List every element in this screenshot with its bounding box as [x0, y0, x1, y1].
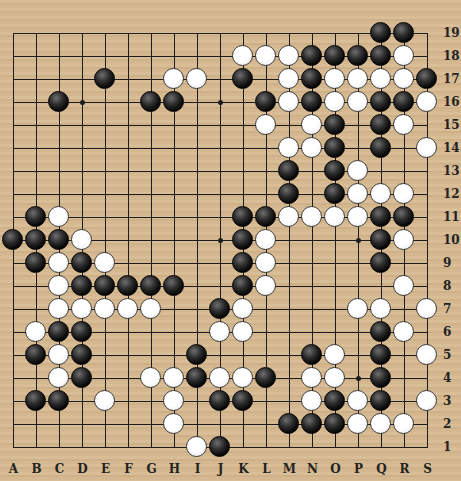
- intersection-N16[interactable]: [301, 91, 324, 114]
- intersection-R10[interactable]: [393, 229, 416, 252]
- intersection-O4[interactable]: [324, 367, 347, 390]
- intersection-J15[interactable]: [209, 114, 232, 137]
- intersection-D18[interactable]: [71, 45, 94, 68]
- intersection-A15[interactable]: [2, 114, 25, 137]
- intersection-E14[interactable]: [94, 137, 117, 160]
- intersection-K1[interactable]: [232, 436, 255, 459]
- intersection-Q1[interactable]: [370, 436, 393, 459]
- intersection-Q10[interactable]: [370, 229, 393, 252]
- intersection-N14[interactable]: [301, 137, 324, 160]
- intersection-E3[interactable]: [94, 390, 117, 413]
- intersection-M11[interactable]: [278, 206, 301, 229]
- intersection-G4[interactable]: [140, 367, 163, 390]
- intersection-O13[interactable]: [324, 160, 347, 183]
- intersection-K15[interactable]: [232, 114, 255, 137]
- intersection-J12[interactable]: [209, 183, 232, 206]
- intersection-K19[interactable]: [232, 22, 255, 45]
- intersection-M5[interactable]: [278, 344, 301, 367]
- intersection-D8[interactable]: [71, 275, 94, 298]
- intersection-P7[interactable]: [347, 298, 370, 321]
- intersection-B6[interactable]: [25, 321, 48, 344]
- intersection-R16[interactable]: [393, 91, 416, 114]
- intersection-B11[interactable]: [25, 206, 48, 229]
- intersection-F16[interactable]: [117, 91, 140, 114]
- intersection-N12[interactable]: [301, 183, 324, 206]
- intersection-Q14[interactable]: [370, 137, 393, 160]
- intersection-F11[interactable]: [117, 206, 140, 229]
- intersection-J2[interactable]: [209, 413, 232, 436]
- intersection-C19[interactable]: [48, 22, 71, 45]
- intersection-B5[interactable]: [25, 344, 48, 367]
- intersection-P8[interactable]: [347, 275, 370, 298]
- intersection-P2[interactable]: [347, 413, 370, 436]
- intersection-E17[interactable]: [94, 68, 117, 91]
- intersection-E19[interactable]: [94, 22, 117, 45]
- intersection-M15[interactable]: [278, 114, 301, 137]
- intersection-I1[interactable]: [186, 436, 209, 459]
- intersection-K3[interactable]: [232, 390, 255, 413]
- intersection-Q9[interactable]: [370, 252, 393, 275]
- intersection-O7[interactable]: [324, 298, 347, 321]
- intersection-Q7[interactable]: [370, 298, 393, 321]
- intersection-H6[interactable]: [163, 321, 186, 344]
- intersection-B8[interactable]: [25, 275, 48, 298]
- intersection-O10[interactable]: [324, 229, 347, 252]
- intersection-Q19[interactable]: [370, 22, 393, 45]
- intersection-R4[interactable]: [393, 367, 416, 390]
- intersection-A12[interactable]: [2, 183, 25, 206]
- intersection-C11[interactable]: [48, 206, 71, 229]
- intersection-K18[interactable]: [232, 45, 255, 68]
- intersection-E9[interactable]: [94, 252, 117, 275]
- intersection-D11[interactable]: [71, 206, 94, 229]
- intersection-D16[interactable]: [71, 91, 94, 114]
- intersection-S3[interactable]: [416, 390, 439, 413]
- intersection-R1[interactable]: [393, 436, 416, 459]
- intersection-O8[interactable]: [324, 275, 347, 298]
- intersection-H3[interactable]: [163, 390, 186, 413]
- intersection-L9[interactable]: [255, 252, 278, 275]
- intersection-N13[interactable]: [301, 160, 324, 183]
- intersection-O1[interactable]: [324, 436, 347, 459]
- intersection-S8[interactable]: [416, 275, 439, 298]
- intersection-N1[interactable]: [301, 436, 324, 459]
- intersection-J17[interactable]: [209, 68, 232, 91]
- intersection-H14[interactable]: [163, 137, 186, 160]
- intersection-J8[interactable]: [209, 275, 232, 298]
- intersection-G15[interactable]: [140, 114, 163, 137]
- intersection-D6[interactable]: [71, 321, 94, 344]
- intersection-J11[interactable]: [209, 206, 232, 229]
- intersection-G18[interactable]: [140, 45, 163, 68]
- intersection-N11[interactable]: [301, 206, 324, 229]
- intersection-E6[interactable]: [94, 321, 117, 344]
- intersection-K11[interactable]: [232, 206, 255, 229]
- intersection-F2[interactable]: [117, 413, 140, 436]
- intersection-A16[interactable]: [2, 91, 25, 114]
- intersection-H7[interactable]: [163, 298, 186, 321]
- intersection-B10[interactable]: [25, 229, 48, 252]
- intersection-F12[interactable]: [117, 183, 140, 206]
- intersection-A11[interactable]: [2, 206, 25, 229]
- intersection-R3[interactable]: [393, 390, 416, 413]
- intersection-H12[interactable]: [163, 183, 186, 206]
- intersection-S17[interactable]: [416, 68, 439, 91]
- intersection-O14[interactable]: [324, 137, 347, 160]
- intersection-N4[interactable]: [301, 367, 324, 390]
- intersection-G9[interactable]: [140, 252, 163, 275]
- intersection-M14[interactable]: [278, 137, 301, 160]
- intersection-G12[interactable]: [140, 183, 163, 206]
- intersection-C14[interactable]: [48, 137, 71, 160]
- intersection-M16[interactable]: [278, 91, 301, 114]
- intersection-G19[interactable]: [140, 22, 163, 45]
- intersection-A17[interactable]: [2, 68, 25, 91]
- intersection-D2[interactable]: [71, 413, 94, 436]
- intersection-D10[interactable]: [71, 229, 94, 252]
- intersection-P17[interactable]: [347, 68, 370, 91]
- intersection-D19[interactable]: [71, 22, 94, 45]
- intersection-D5[interactable]: [71, 344, 94, 367]
- intersection-H13[interactable]: [163, 160, 186, 183]
- intersection-F8[interactable]: [117, 275, 140, 298]
- intersection-K12[interactable]: [232, 183, 255, 206]
- intersection-Q8[interactable]: [370, 275, 393, 298]
- intersection-M19[interactable]: [278, 22, 301, 45]
- intersection-I14[interactable]: [186, 137, 209, 160]
- intersection-D7[interactable]: [71, 298, 94, 321]
- intersection-S15[interactable]: [416, 114, 439, 137]
- intersection-L14[interactable]: [255, 137, 278, 160]
- intersection-H18[interactable]: [163, 45, 186, 68]
- intersection-M13[interactable]: [278, 160, 301, 183]
- intersection-Q15[interactable]: [370, 114, 393, 137]
- intersection-Q16[interactable]: [370, 91, 393, 114]
- intersection-O3[interactable]: [324, 390, 347, 413]
- intersection-D17[interactable]: [71, 68, 94, 91]
- intersection-G8[interactable]: [140, 275, 163, 298]
- intersection-B7[interactable]: [25, 298, 48, 321]
- intersection-L16[interactable]: [255, 91, 278, 114]
- intersection-I12[interactable]: [186, 183, 209, 206]
- intersection-H4[interactable]: [163, 367, 186, 390]
- intersection-I13[interactable]: [186, 160, 209, 183]
- intersection-F17[interactable]: [117, 68, 140, 91]
- intersection-M9[interactable]: [278, 252, 301, 275]
- intersection-H9[interactable]: [163, 252, 186, 275]
- intersection-H1[interactable]: [163, 436, 186, 459]
- intersection-O17[interactable]: [324, 68, 347, 91]
- intersection-R17[interactable]: [393, 68, 416, 91]
- intersection-I9[interactable]: [186, 252, 209, 275]
- intersection-J6[interactable]: [209, 321, 232, 344]
- intersection-L8[interactable]: [255, 275, 278, 298]
- intersection-P4[interactable]: [347, 367, 370, 390]
- intersection-P18[interactable]: [347, 45, 370, 68]
- intersection-J18[interactable]: [209, 45, 232, 68]
- intersection-L13[interactable]: [255, 160, 278, 183]
- intersection-Q12[interactable]: [370, 183, 393, 206]
- intersection-I17[interactable]: [186, 68, 209, 91]
- intersection-E18[interactable]: [94, 45, 117, 68]
- intersection-S10[interactable]: [416, 229, 439, 252]
- intersection-B2[interactable]: [25, 413, 48, 436]
- intersection-M1[interactable]: [278, 436, 301, 459]
- intersection-N5[interactable]: [301, 344, 324, 367]
- intersection-S6[interactable]: [416, 321, 439, 344]
- intersection-R15[interactable]: [393, 114, 416, 137]
- intersection-K9[interactable]: [232, 252, 255, 275]
- intersection-P10[interactable]: [347, 229, 370, 252]
- intersection-J1[interactable]: [209, 436, 232, 459]
- intersection-S14[interactable]: [416, 137, 439, 160]
- intersection-I2[interactable]: [186, 413, 209, 436]
- intersection-F15[interactable]: [117, 114, 140, 137]
- intersection-K13[interactable]: [232, 160, 255, 183]
- intersection-N10[interactable]: [301, 229, 324, 252]
- intersection-I7[interactable]: [186, 298, 209, 321]
- intersection-G10[interactable]: [140, 229, 163, 252]
- intersection-C15[interactable]: [48, 114, 71, 137]
- intersection-A5[interactable]: [2, 344, 25, 367]
- intersection-N9[interactable]: [301, 252, 324, 275]
- intersection-O19[interactable]: [324, 22, 347, 45]
- intersection-P5[interactable]: [347, 344, 370, 367]
- intersection-G2[interactable]: [140, 413, 163, 436]
- intersection-L4[interactable]: [255, 367, 278, 390]
- intersection-C2[interactable]: [48, 413, 71, 436]
- intersection-H15[interactable]: [163, 114, 186, 137]
- intersection-D12[interactable]: [71, 183, 94, 206]
- intersection-L11[interactable]: [255, 206, 278, 229]
- intersection-P12[interactable]: [347, 183, 370, 206]
- intersection-N6[interactable]: [301, 321, 324, 344]
- intersection-C4[interactable]: [48, 367, 71, 390]
- intersection-A10[interactable]: [2, 229, 25, 252]
- intersection-Q17[interactable]: [370, 68, 393, 91]
- intersection-R11[interactable]: [393, 206, 416, 229]
- intersection-L5[interactable]: [255, 344, 278, 367]
- intersection-F9[interactable]: [117, 252, 140, 275]
- intersection-Q18[interactable]: [370, 45, 393, 68]
- intersection-N17[interactable]: [301, 68, 324, 91]
- intersection-G14[interactable]: [140, 137, 163, 160]
- intersection-I10[interactable]: [186, 229, 209, 252]
- intersection-D9[interactable]: [71, 252, 94, 275]
- intersection-Q4[interactable]: [370, 367, 393, 390]
- intersection-I8[interactable]: [186, 275, 209, 298]
- intersection-K6[interactable]: [232, 321, 255, 344]
- intersection-E12[interactable]: [94, 183, 117, 206]
- intersection-G17[interactable]: [140, 68, 163, 91]
- intersection-A1[interactable]: [2, 436, 25, 459]
- intersection-M6[interactable]: [278, 321, 301, 344]
- intersection-L12[interactable]: [255, 183, 278, 206]
- intersection-H10[interactable]: [163, 229, 186, 252]
- intersection-S2[interactable]: [416, 413, 439, 436]
- intersection-R5[interactable]: [393, 344, 416, 367]
- intersection-R13[interactable]: [393, 160, 416, 183]
- intersection-H17[interactable]: [163, 68, 186, 91]
- intersection-C12[interactable]: [48, 183, 71, 206]
- intersection-H5[interactable]: [163, 344, 186, 367]
- intersection-Q6[interactable]: [370, 321, 393, 344]
- intersection-O5[interactable]: [324, 344, 347, 367]
- intersection-Q13[interactable]: [370, 160, 393, 183]
- intersection-R9[interactable]: [393, 252, 416, 275]
- intersection-B13[interactable]: [25, 160, 48, 183]
- intersection-J3[interactable]: [209, 390, 232, 413]
- intersection-F18[interactable]: [117, 45, 140, 68]
- intersection-M2[interactable]: [278, 413, 301, 436]
- intersection-C13[interactable]: [48, 160, 71, 183]
- intersection-J16[interactable]: [209, 91, 232, 114]
- intersection-N18[interactable]: [301, 45, 324, 68]
- intersection-B15[interactable]: [25, 114, 48, 137]
- intersection-S9[interactable]: [416, 252, 439, 275]
- intersection-G5[interactable]: [140, 344, 163, 367]
- intersection-E2[interactable]: [94, 413, 117, 436]
- intersection-O18[interactable]: [324, 45, 347, 68]
- intersection-E1[interactable]: [94, 436, 117, 459]
- intersection-M10[interactable]: [278, 229, 301, 252]
- intersection-I6[interactable]: [186, 321, 209, 344]
- intersection-C1[interactable]: [48, 436, 71, 459]
- intersection-D3[interactable]: [71, 390, 94, 413]
- intersection-I16[interactable]: [186, 91, 209, 114]
- intersection-M18[interactable]: [278, 45, 301, 68]
- intersection-J10[interactable]: [209, 229, 232, 252]
- intersection-O15[interactable]: [324, 114, 347, 137]
- intersection-E5[interactable]: [94, 344, 117, 367]
- intersection-C9[interactable]: [48, 252, 71, 275]
- intersection-L1[interactable]: [255, 436, 278, 459]
- intersection-P1[interactable]: [347, 436, 370, 459]
- intersection-Q3[interactable]: [370, 390, 393, 413]
- intersection-J5[interactable]: [209, 344, 232, 367]
- intersection-K10[interactable]: [232, 229, 255, 252]
- intersection-A9[interactable]: [2, 252, 25, 275]
- intersection-H2[interactable]: [163, 413, 186, 436]
- intersection-R14[interactable]: [393, 137, 416, 160]
- intersection-G6[interactable]: [140, 321, 163, 344]
- intersection-I18[interactable]: [186, 45, 209, 68]
- intersection-M8[interactable]: [278, 275, 301, 298]
- intersection-J19[interactable]: [209, 22, 232, 45]
- intersection-C10[interactable]: [48, 229, 71, 252]
- intersection-C7[interactable]: [48, 298, 71, 321]
- intersection-I11[interactable]: [186, 206, 209, 229]
- intersection-G1[interactable]: [140, 436, 163, 459]
- intersection-J7[interactable]: [209, 298, 232, 321]
- intersection-P19[interactable]: [347, 22, 370, 45]
- intersection-K5[interactable]: [232, 344, 255, 367]
- intersection-P13[interactable]: [347, 160, 370, 183]
- intersection-E8[interactable]: [94, 275, 117, 298]
- intersection-J14[interactable]: [209, 137, 232, 160]
- intersection-C6[interactable]: [48, 321, 71, 344]
- intersection-D1[interactable]: [71, 436, 94, 459]
- intersection-R2[interactable]: [393, 413, 416, 436]
- intersection-F6[interactable]: [117, 321, 140, 344]
- intersection-H11[interactable]: [163, 206, 186, 229]
- intersection-P6[interactable]: [347, 321, 370, 344]
- intersection-E7[interactable]: [94, 298, 117, 321]
- intersection-A2[interactable]: [2, 413, 25, 436]
- intersection-P14[interactable]: [347, 137, 370, 160]
- intersection-L10[interactable]: [255, 229, 278, 252]
- intersection-K7[interactable]: [232, 298, 255, 321]
- intersection-N3[interactable]: [301, 390, 324, 413]
- intersection-F13[interactable]: [117, 160, 140, 183]
- intersection-F1[interactable]: [117, 436, 140, 459]
- intersection-K2[interactable]: [232, 413, 255, 436]
- intersection-B18[interactable]: [25, 45, 48, 68]
- intersection-E16[interactable]: [94, 91, 117, 114]
- intersection-R12[interactable]: [393, 183, 416, 206]
- intersection-L3[interactable]: [255, 390, 278, 413]
- intersection-L2[interactable]: [255, 413, 278, 436]
- intersection-C16[interactable]: [48, 91, 71, 114]
- intersection-E13[interactable]: [94, 160, 117, 183]
- intersection-M12[interactable]: [278, 183, 301, 206]
- intersection-B1[interactable]: [25, 436, 48, 459]
- intersection-R18[interactable]: [393, 45, 416, 68]
- intersection-O11[interactable]: [324, 206, 347, 229]
- intersection-A18[interactable]: [2, 45, 25, 68]
- intersection-N8[interactable]: [301, 275, 324, 298]
- intersection-D14[interactable]: [71, 137, 94, 160]
- intersection-K4[interactable]: [232, 367, 255, 390]
- intersection-C5[interactable]: [48, 344, 71, 367]
- intersection-M4[interactable]: [278, 367, 301, 390]
- intersection-R19[interactable]: [393, 22, 416, 45]
- intersection-C18[interactable]: [48, 45, 71, 68]
- intersection-L6[interactable]: [255, 321, 278, 344]
- intersection-B3[interactable]: [25, 390, 48, 413]
- intersection-S5[interactable]: [416, 344, 439, 367]
- intersection-Q2[interactable]: [370, 413, 393, 436]
- intersection-B16[interactable]: [25, 91, 48, 114]
- intersection-A14[interactable]: [2, 137, 25, 160]
- intersection-B9[interactable]: [25, 252, 48, 275]
- intersection-K16[interactable]: [232, 91, 255, 114]
- intersection-P3[interactable]: [347, 390, 370, 413]
- intersection-E11[interactable]: [94, 206, 117, 229]
- intersection-G13[interactable]: [140, 160, 163, 183]
- intersection-S7[interactable]: [416, 298, 439, 321]
- intersection-K17[interactable]: [232, 68, 255, 91]
- intersection-S19[interactable]: [416, 22, 439, 45]
- intersection-F14[interactable]: [117, 137, 140, 160]
- intersection-C17[interactable]: [48, 68, 71, 91]
- intersection-E4[interactable]: [94, 367, 117, 390]
- intersection-A4[interactable]: [2, 367, 25, 390]
- intersection-O16[interactable]: [324, 91, 347, 114]
- intersection-A6[interactable]: [2, 321, 25, 344]
- intersection-S12[interactable]: [416, 183, 439, 206]
- intersection-H8[interactable]: [163, 275, 186, 298]
- intersection-I4[interactable]: [186, 367, 209, 390]
- intersection-I3[interactable]: [186, 390, 209, 413]
- intersection-L19[interactable]: [255, 22, 278, 45]
- intersection-O9[interactable]: [324, 252, 347, 275]
- intersection-G16[interactable]: [140, 91, 163, 114]
- intersection-L18[interactable]: [255, 45, 278, 68]
- intersection-O6[interactable]: [324, 321, 347, 344]
- intersection-A19[interactable]: [2, 22, 25, 45]
- intersection-S13[interactable]: [416, 160, 439, 183]
